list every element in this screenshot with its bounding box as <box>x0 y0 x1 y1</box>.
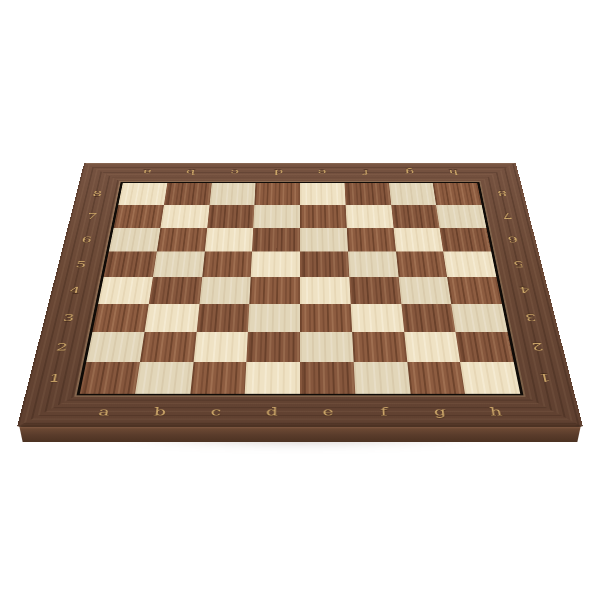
product-photo-background: abcdefgh abcdefgh 87654321 87654321 <box>0 0 600 600</box>
chess-board: abcdefgh abcdefgh 87654321 87654321 <box>17 163 583 427</box>
rank-right-label-7: 7 <box>502 212 514 221</box>
square-h1 <box>460 362 520 394</box>
square-f2 <box>352 332 407 362</box>
square-d6 <box>252 228 300 252</box>
rank-left-label-5: 5 <box>75 259 88 269</box>
file-bottom-label-b: b <box>153 404 167 417</box>
square-f8 <box>344 183 391 205</box>
square-c6 <box>204 228 253 252</box>
square-b2 <box>140 332 196 362</box>
square-e5 <box>300 252 349 277</box>
square-d4 <box>250 277 300 304</box>
file-labels-bottom: abcdefgh <box>73 395 527 427</box>
square-a6 <box>109 228 160 252</box>
square-b4 <box>149 277 202 304</box>
square-c3 <box>196 304 249 332</box>
square-b5 <box>153 252 205 277</box>
square-f6 <box>347 228 396 252</box>
square-d7 <box>253 205 300 228</box>
file-bottom-label-f: f <box>380 404 388 417</box>
square-f3 <box>350 304 403 332</box>
rank-right-label-8: 8 <box>497 190 508 198</box>
square-f7 <box>345 205 393 228</box>
square-d1 <box>245 362 300 394</box>
square-e6 <box>300 228 348 252</box>
file-bottom-label-e: e <box>322 404 333 417</box>
square-g1 <box>407 362 465 394</box>
square-g2 <box>404 332 460 362</box>
square-a2 <box>86 332 144 362</box>
square-h5 <box>443 252 496 277</box>
square-c8 <box>209 183 256 205</box>
square-e8 <box>300 183 345 205</box>
square-c7 <box>207 205 255 228</box>
rank-left-label-6: 6 <box>81 235 93 244</box>
file-top-label-g: g <box>404 168 414 176</box>
square-d3 <box>248 304 300 332</box>
file-bottom-label-c: c <box>210 404 222 417</box>
file-top-label-h: h <box>448 168 459 176</box>
square-b7 <box>160 205 209 228</box>
file-bottom-label-h: h <box>489 404 503 417</box>
square-c2 <box>193 332 248 362</box>
rank-right-label-6: 6 <box>507 235 519 244</box>
square-e4 <box>300 277 350 304</box>
square-g7 <box>391 205 440 228</box>
square-h2 <box>456 332 514 362</box>
square-b8 <box>164 183 212 205</box>
square-f1 <box>353 362 410 394</box>
rank-left-label-7: 7 <box>86 212 98 221</box>
rank-right-label-1: 1 <box>538 371 552 383</box>
square-e1 <box>300 362 355 394</box>
file-bottom-label-g: g <box>433 404 447 417</box>
square-c4 <box>199 277 251 304</box>
square-c1 <box>190 362 247 394</box>
square-c5 <box>202 252 252 277</box>
rank-left-label-1: 1 <box>48 371 62 383</box>
rank-left-label-8: 8 <box>92 190 103 198</box>
file-bottom-label-a: a <box>97 404 111 417</box>
file-labels-top: abcdefgh <box>123 163 477 182</box>
rank-right-label-4: 4 <box>518 285 531 295</box>
square-b3 <box>144 304 199 332</box>
rank-left-label-2: 2 <box>55 341 69 353</box>
square-h7 <box>436 205 486 228</box>
square-d8 <box>255 183 300 205</box>
square-h4 <box>447 277 502 304</box>
square-g8 <box>389 183 437 205</box>
square-e3 <box>300 304 352 332</box>
file-top-label-b: b <box>185 168 195 176</box>
file-top-label-e: e <box>317 168 326 176</box>
rank-left-label-4: 4 <box>69 285 82 295</box>
square-d5 <box>251 252 300 277</box>
square-g5 <box>396 252 448 277</box>
square-g6 <box>393 228 443 252</box>
square-a3 <box>92 304 148 332</box>
square-h3 <box>451 304 507 332</box>
square-b6 <box>157 228 207 252</box>
square-g3 <box>401 304 456 332</box>
square-a1 <box>80 362 140 394</box>
square-a8 <box>118 183 167 205</box>
square-g4 <box>398 277 451 304</box>
file-top-label-a: a <box>142 168 152 176</box>
square-a5 <box>104 252 157 277</box>
file-top-label-f: f <box>363 168 369 176</box>
rank-right-label-3: 3 <box>525 312 538 323</box>
file-top-label-d: d <box>273 168 283 176</box>
square-d2 <box>247 332 300 362</box>
perspective-wrapper: abcdefgh abcdefgh 87654321 87654321 <box>17 0 583 427</box>
playing-field <box>77 182 524 396</box>
square-b1 <box>135 362 193 394</box>
square-e2 <box>300 332 353 362</box>
rank-left-label-3: 3 <box>62 312 75 323</box>
rank-right-label-5: 5 <box>513 259 526 269</box>
square-h8 <box>433 183 482 205</box>
square-h6 <box>440 228 491 252</box>
rank-right-label-2: 2 <box>531 341 545 353</box>
square-a4 <box>98 277 153 304</box>
square-e7 <box>300 205 347 228</box>
file-top-label-c: c <box>230 168 239 176</box>
board-side-edge <box>17 426 583 442</box>
square-f5 <box>348 252 398 277</box>
file-bottom-label-d: d <box>266 404 278 417</box>
square-f4 <box>349 277 401 304</box>
square-a7 <box>114 205 164 228</box>
